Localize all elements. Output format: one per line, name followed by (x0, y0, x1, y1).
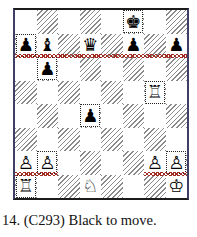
square-e4 (101, 104, 123, 128)
chess-board: ♚ ♟ ♝ ♛ ♟ ♟ ♟ ♖ ♟ ♙ ♙ ♙ ♙ ♖ ♘ (13, 8, 189, 200)
square-b3 (37, 128, 59, 152)
square-f2 (123, 151, 145, 175)
square-d8 (80, 10, 102, 34)
black-king: ♚ (123, 10, 143, 33)
square-c3 (58, 128, 80, 152)
black-bishop: ♝ (38, 35, 56, 56)
square-a5 (15, 81, 37, 105)
square-c5 (58, 81, 80, 105)
square-a4 (15, 104, 37, 128)
square-a6 (15, 57, 37, 81)
square-a3 (15, 128, 37, 152)
square-g6 (144, 57, 166, 81)
square-h3 (166, 128, 188, 152)
square-e5 (101, 81, 123, 105)
square-g4 (144, 104, 166, 128)
square-d1: ♘ (80, 175, 102, 199)
square-f5 (123, 81, 145, 105)
square-d5 (80, 81, 102, 105)
square-d6 (80, 57, 102, 81)
black-pawn: ♟ (167, 35, 185, 56)
white-pawn: ♙ (146, 152, 164, 173)
square-b5 (37, 81, 59, 105)
white-knight: ♘ (81, 176, 99, 197)
red-squiggle-under-rank7 (15, 54, 187, 58)
square-e2 (101, 151, 123, 175)
square-g1 (144, 175, 166, 199)
red-squiggle-under-a2-b2 (15, 172, 58, 176)
square-d2 (80, 151, 102, 175)
square-a8 (15, 10, 37, 34)
square-b1 (37, 175, 59, 199)
square-h4 (166, 104, 188, 128)
square-h1: ♔ (166, 175, 188, 199)
black-pawn: ♟ (124, 35, 142, 56)
square-f1 (123, 175, 145, 199)
black-pawn: ♟ (80, 104, 100, 127)
square-f4 (123, 104, 145, 128)
black-queen: ♛ (81, 35, 99, 56)
square-g8 (144, 10, 166, 34)
white-pawn: ♙ (17, 152, 35, 173)
square-e8 (101, 10, 123, 34)
square-e3 (101, 128, 123, 152)
square-b8 (37, 10, 59, 34)
square-f6 (123, 57, 145, 81)
square-h6 (166, 57, 188, 81)
white-rook: ♖ (145, 81, 165, 104)
square-b6: ♟ (37, 57, 59, 81)
black-pawn: ♟ (37, 57, 57, 80)
square-c4 (58, 104, 80, 128)
square-c6 (58, 57, 80, 81)
square-b4 (37, 104, 59, 128)
white-rook: ♖ (16, 175, 36, 198)
square-g5: ♖ (144, 81, 166, 105)
square-h8 (166, 10, 188, 34)
square-f3 (123, 128, 145, 152)
square-a1: ♖ (15, 175, 37, 199)
square-f8: ♚ (123, 10, 145, 34)
square-e1 (101, 175, 123, 199)
square-c8 (58, 10, 80, 34)
square-e6 (101, 57, 123, 81)
square-c2 (58, 151, 80, 175)
square-c1 (58, 175, 80, 199)
puzzle-caption: 14. (C293) Black to move. (2, 212, 196, 229)
white-king: ♔ (167, 176, 185, 197)
square-d3 (80, 128, 102, 152)
square-g3 (144, 128, 166, 152)
square-h5 (166, 81, 188, 105)
square-d4: ♟ (80, 104, 102, 128)
red-squiggle-under-g2-h2 (144, 172, 187, 176)
